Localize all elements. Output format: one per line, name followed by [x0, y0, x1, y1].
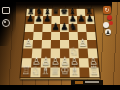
square-d6[interactable]: ♟: [51, 24, 60, 32]
square-d8[interactable]: ♛: [52, 9, 60, 16]
square-f5[interactable]: [69, 32, 78, 40]
piece-black-pawn[interactable]: ♟: [51, 21, 60, 31]
piece-black-pawn[interactable]: ♟: [85, 14, 94, 24]
square-e8[interactable]: ♚: [60, 9, 68, 16]
square-e5[interactable]: [60, 32, 69, 40]
piece-white-rook[interactable]: ♖: [89, 64, 100, 77]
square-e6[interactable]: ♟: [60, 24, 69, 32]
square-b4[interactable]: [32, 40, 42, 49]
piece-black-king[interactable]: ♚: [60, 6, 68, 15]
square-f1[interactable]: ♗: [70, 67, 80, 77]
square-f6[interactable]: ♞: [69, 24, 78, 32]
square-h5[interactable]: [86, 32, 96, 40]
square-b7[interactable]: ♟: [34, 16, 43, 24]
chess-board[interactable]: ♜♞♝♛♚♝♜♟♟♟♟♟♟♟♟♞♙♙♘♙♙♙♙♙♙♖♘♗♕♔♗♖: [21, 9, 100, 78]
piece-black-knight[interactable]: ♞: [69, 21, 78, 31]
square-c1[interactable]: ♗: [40, 67, 50, 77]
captured-piece-disc: ♟: [105, 29, 111, 35]
piece-white-knight[interactable]: ♘: [30, 64, 40, 77]
recorder-record-icon[interactable]: [2, 19, 10, 27]
square-b1[interactable]: ♘: [30, 67, 40, 77]
recorder-stop-icon[interactable]: [2, 7, 10, 14]
rotate-arrow-button[interactable]: ↻: [103, 6, 111, 14]
square-c4[interactable]: [42, 40, 51, 49]
opponent-red-badge: [107, 15, 112, 20]
piece-black-pawn[interactable]: ♟: [60, 21, 69, 31]
square-c7[interactable]: ♟: [43, 16, 52, 24]
square-b6[interactable]: [34, 24, 43, 32]
square-c5[interactable]: [42, 32, 51, 40]
square-e4[interactable]: [60, 40, 69, 49]
square-e1[interactable]: ♔: [60, 67, 70, 77]
square-h1[interactable]: ♖: [89, 67, 100, 77]
square-d5[interactable]: [51, 32, 60, 40]
square-d4[interactable]: [51, 40, 60, 49]
square-c6[interactable]: [42, 24, 51, 32]
piece-black-queen[interactable]: ♛: [52, 6, 60, 15]
piece-white-bishop[interactable]: ♗: [40, 64, 50, 77]
piece-black-pawn[interactable]: ♟: [43, 14, 52, 24]
chess-app-screen: ♜♞♝♛♚♝♜♟♟♟♟♟♟♟♟♞♙♙♘♙♙♙♙♙♙♖♘♗♕♔♗♖ ↻ ♟: [0, 0, 120, 90]
alert-red-dot: [109, 21, 113, 25]
square-d1[interactable]: ♕: [50, 67, 60, 77]
piece-white-pawn[interactable]: ♙: [78, 37, 88, 48]
letterbox-bottom: [0, 85, 120, 90]
square-h4[interactable]: [87, 40, 97, 49]
piece-white-queen[interactable]: ♕: [50, 64, 60, 77]
square-b5[interactable]: [33, 32, 42, 40]
square-h7[interactable]: ♟: [85, 16, 94, 24]
piece-white-bishop[interactable]: ♗: [70, 64, 80, 77]
piece-white-king[interactable]: ♔: [60, 64, 70, 77]
square-h6[interactable]: [86, 24, 95, 32]
